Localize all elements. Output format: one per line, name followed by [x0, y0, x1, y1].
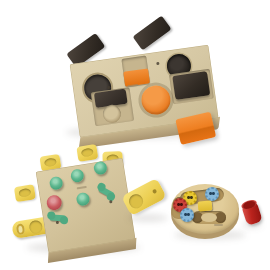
tab-recess: [18, 188, 31, 198]
tab-recess: [81, 148, 94, 158]
tab-recess: [44, 157, 57, 167]
brand-mark: [127, 84, 138, 88]
product-photo-stage: [0, 0, 270, 270]
recess-center: [201, 213, 217, 222]
square-peg-puzzle-board: [8, 148, 178, 268]
dark-slide-flap: [133, 16, 172, 51]
blue-flower-slider: [205, 187, 219, 201]
yellow-square-slider: [198, 200, 213, 211]
yellow-slide-tab: [76, 144, 98, 162]
blue-flower-slider: [180, 208, 194, 222]
peg-hole: [156, 62, 159, 65]
slider-recess: [28, 219, 43, 234]
slider-recess: [127, 192, 146, 211]
bone-shaped-recess: [192, 211, 226, 224]
loose-slider-shadow: [128, 214, 168, 222]
brand-mark: [214, 224, 223, 226]
slider-hole: [152, 189, 157, 194]
rect-slider-puzzle-board: [60, 28, 230, 153]
orange-spinner-disc: [140, 84, 173, 117]
dark-slider-block: [172, 71, 210, 100]
yellow-slide-tab: [14, 184, 36, 202]
slider-slot-hole: [16, 223, 26, 235]
